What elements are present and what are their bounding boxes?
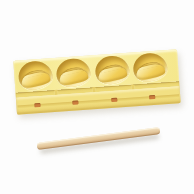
mold-cavity: [55, 56, 93, 89]
mold-cavity: [131, 51, 169, 84]
popsicle-mold: [13, 49, 180, 114]
stick-slot: [111, 98, 117, 102]
cavity-wave-ridge: [135, 62, 166, 81]
stick-slot: [149, 95, 155, 99]
mold-cavity: [93, 53, 131, 86]
cavity-wave-ridge: [20, 70, 51, 89]
stick-slot: [34, 103, 40, 107]
mold-cavity: [16, 59, 54, 92]
stick-slot: [73, 100, 79, 104]
cavity-wave-ridge: [96, 65, 127, 84]
product-photo: [0, 0, 194, 194]
cavity-wave-ridge: [58, 68, 89, 87]
